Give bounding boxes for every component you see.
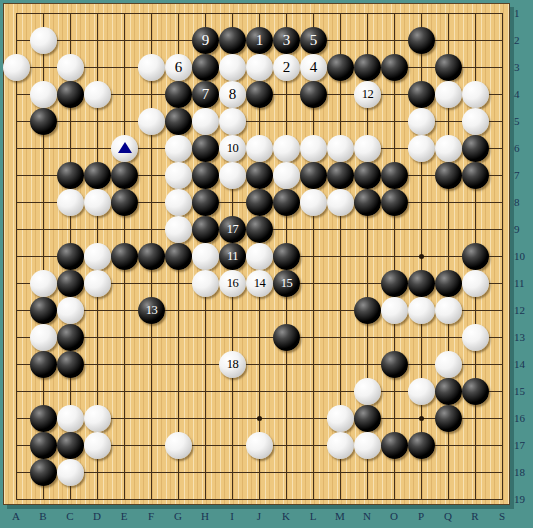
stone-white[interactable]: [57, 54, 84, 81]
intersection-B4[interactable]: [30, 81, 57, 108]
intersection-R7[interactable]: [462, 162, 489, 189]
intersection-E16[interactable]: [111, 405, 138, 432]
intersection-K7[interactable]: [273, 162, 300, 189]
intersection-D6[interactable]: [84, 135, 111, 162]
intersection-C15[interactable]: [57, 378, 84, 405]
intersection-N6[interactable]: [354, 135, 381, 162]
intersection-C16[interactable]: [57, 405, 84, 432]
intersection-R6[interactable]: [462, 135, 489, 162]
intersection-Q14[interactable]: [435, 351, 462, 378]
stone-white[interactable]: 10: [219, 135, 246, 162]
intersection-M13[interactable]: [327, 324, 354, 351]
intersection-D11[interactable]: [84, 270, 111, 297]
intersection-J7[interactable]: [246, 162, 273, 189]
intersection-J11[interactable]: 14: [246, 270, 273, 297]
intersection-L8[interactable]: [300, 189, 327, 216]
stone-black[interactable]: [111, 162, 138, 189]
intersection-Q18[interactable]: [435, 459, 462, 486]
intersection-G10[interactable]: [165, 243, 192, 270]
stone-black[interactable]: [273, 243, 300, 270]
stone-white[interactable]: [273, 135, 300, 162]
intersection-L4[interactable]: [300, 81, 327, 108]
intersection-K17[interactable]: [273, 432, 300, 459]
intersection-C13[interactable]: [57, 324, 84, 351]
stone-white[interactable]: [462, 270, 489, 297]
stone-black[interactable]: [165, 108, 192, 135]
stone-white[interactable]: [57, 459, 84, 486]
intersection-I18[interactable]: [219, 459, 246, 486]
intersection-H6[interactable]: [192, 135, 219, 162]
stone-black[interactable]: [30, 405, 57, 432]
stone-white[interactable]: [354, 135, 381, 162]
stone-white[interactable]: [219, 162, 246, 189]
intersection-N9[interactable]: [354, 216, 381, 243]
intersection-P4[interactable]: [408, 81, 435, 108]
intersection-E6[interactable]: [111, 135, 138, 162]
intersection-H12[interactable]: [192, 297, 219, 324]
intersection-F11[interactable]: [138, 270, 165, 297]
intersection-A16[interactable]: [3, 405, 30, 432]
intersection-K2[interactable]: 3: [273, 27, 300, 54]
stone-black[interactable]: 9: [192, 27, 219, 54]
intersection-Q6[interactable]: [435, 135, 462, 162]
stone-black[interactable]: [246, 81, 273, 108]
intersection-F13[interactable]: [138, 324, 165, 351]
intersection-H8[interactable]: [192, 189, 219, 216]
intersection-I17[interactable]: [219, 432, 246, 459]
intersection-K13[interactable]: [273, 324, 300, 351]
intersection-R8[interactable]: [462, 189, 489, 216]
intersection-C6[interactable]: [57, 135, 84, 162]
intersection-N7[interactable]: [354, 162, 381, 189]
stone-black[interactable]: [192, 216, 219, 243]
intersection-K18[interactable]: [273, 459, 300, 486]
stone-black[interactable]: [462, 378, 489, 405]
intersection-R3[interactable]: [462, 54, 489, 81]
stone-black[interactable]: [246, 189, 273, 216]
intersection-E9[interactable]: [111, 216, 138, 243]
intersection-C11[interactable]: [57, 270, 84, 297]
stone-black[interactable]: [111, 243, 138, 270]
intersection-B6[interactable]: [30, 135, 57, 162]
intersection-O5[interactable]: [381, 108, 408, 135]
intersection-Q12[interactable]: [435, 297, 462, 324]
intersection-D14[interactable]: [84, 351, 111, 378]
intersection-O15[interactable]: [381, 378, 408, 405]
intersection-D4[interactable]: [84, 81, 111, 108]
intersection-O9[interactable]: [381, 216, 408, 243]
intersection-G1[interactable]: [165, 0, 192, 27]
stone-white[interactable]: [84, 270, 111, 297]
intersection-B11[interactable]: [30, 270, 57, 297]
intersection-P10[interactable]: [408, 243, 435, 270]
intersection-H1[interactable]: [192, 0, 219, 27]
stone-black[interactable]: 3: [273, 27, 300, 54]
intersection-D17[interactable]: [84, 432, 111, 459]
stone-white[interactable]: [84, 432, 111, 459]
stone-black[interactable]: [165, 81, 192, 108]
intersection-Q2[interactable]: [435, 27, 462, 54]
intersection-L7[interactable]: [300, 162, 327, 189]
intersection-I7[interactable]: [219, 162, 246, 189]
stone-black[interactable]: [30, 459, 57, 486]
stone-black[interactable]: [57, 351, 84, 378]
stone-black[interactable]: [192, 162, 219, 189]
stone-black[interactable]: [408, 27, 435, 54]
intersection-L11[interactable]: [300, 270, 327, 297]
intersection-J14[interactable]: [246, 351, 273, 378]
stone-white[interactable]: [462, 108, 489, 135]
stone-black[interactable]: [273, 324, 300, 351]
intersection-G18[interactable]: [165, 459, 192, 486]
stone-black[interactable]: [381, 270, 408, 297]
stone-white[interactable]: [354, 378, 381, 405]
stone-black[interactable]: [30, 108, 57, 135]
stone-black[interactable]: [300, 81, 327, 108]
stone-white[interactable]: [300, 135, 327, 162]
intersection-F10[interactable]: [138, 243, 165, 270]
intersection-R1[interactable]: [462, 0, 489, 27]
intersection-G6[interactable]: [165, 135, 192, 162]
intersection-E14[interactable]: [111, 351, 138, 378]
stone-black[interactable]: [381, 432, 408, 459]
intersection-H11[interactable]: [192, 270, 219, 297]
intersection-J16[interactable]: [246, 405, 273, 432]
intersection-M18[interactable]: [327, 459, 354, 486]
stone-black[interactable]: [192, 54, 219, 81]
intersection-R2[interactable]: [462, 27, 489, 54]
intersection-J13[interactable]: [246, 324, 273, 351]
intersection-N5[interactable]: [354, 108, 381, 135]
intersection-D2[interactable]: [84, 27, 111, 54]
intersection-C17[interactable]: [57, 432, 84, 459]
intersection-K10[interactable]: [273, 243, 300, 270]
intersection-I4[interactable]: 8: [219, 81, 246, 108]
intersection-D13[interactable]: [84, 324, 111, 351]
stone-black[interactable]: 5: [300, 27, 327, 54]
intersection-N8[interactable]: [354, 189, 381, 216]
intersection-K14[interactable]: [273, 351, 300, 378]
stone-white[interactable]: [435, 351, 462, 378]
intersection-H13[interactable]: [192, 324, 219, 351]
stone-white[interactable]: [327, 405, 354, 432]
intersection-L16[interactable]: [300, 405, 327, 432]
intersection-E18[interactable]: [111, 459, 138, 486]
intersection-F14[interactable]: [138, 351, 165, 378]
stone-white[interactable]: [246, 54, 273, 81]
intersection-B5[interactable]: [30, 108, 57, 135]
stone-black[interactable]: [165, 243, 192, 270]
stone-white[interactable]: 8: [219, 81, 246, 108]
intersection-R12[interactable]: [462, 297, 489, 324]
intersection-A4[interactable]: [3, 81, 30, 108]
stone-white[interactable]: [408, 297, 435, 324]
intersection-Q16[interactable]: [435, 405, 462, 432]
intersection-A11[interactable]: [3, 270, 30, 297]
intersection-M2[interactable]: [327, 27, 354, 54]
intersection-D1[interactable]: [84, 0, 111, 27]
intersection-N16[interactable]: [354, 405, 381, 432]
intersection-M15[interactable]: [327, 378, 354, 405]
intersection-J4[interactable]: [246, 81, 273, 108]
intersection-I13[interactable]: [219, 324, 246, 351]
intersection-L14[interactable]: [300, 351, 327, 378]
intersection-P5[interactable]: [408, 108, 435, 135]
stone-white[interactable]: 4: [300, 54, 327, 81]
stone-black[interactable]: [435, 54, 462, 81]
intersection-P15[interactable]: [408, 378, 435, 405]
intersection-C14[interactable]: [57, 351, 84, 378]
intersection-I10[interactable]: 11: [219, 243, 246, 270]
stone-white[interactable]: [246, 243, 273, 270]
stone-white[interactable]: [408, 378, 435, 405]
intersection-B17[interactable]: [30, 432, 57, 459]
intersection-K3[interactable]: 2: [273, 54, 300, 81]
intersection-N3[interactable]: [354, 54, 381, 81]
intersection-F1[interactable]: [138, 0, 165, 27]
intersection-B14[interactable]: [30, 351, 57, 378]
intersection-P11[interactable]: [408, 270, 435, 297]
intersection-O18[interactable]: [381, 459, 408, 486]
intersection-D5[interactable]: [84, 108, 111, 135]
stone-white[interactable]: [30, 324, 57, 351]
intersection-K6[interactable]: [273, 135, 300, 162]
intersection-H15[interactable]: [192, 378, 219, 405]
stone-white[interactable]: [246, 135, 273, 162]
intersection-N1[interactable]: [354, 0, 381, 27]
intersection-D8[interactable]: [84, 189, 111, 216]
intersection-K8[interactable]: [273, 189, 300, 216]
stone-black[interactable]: 15: [273, 270, 300, 297]
intersection-I6[interactable]: 10: [219, 135, 246, 162]
stone-black[interactable]: [192, 135, 219, 162]
stone-white[interactable]: [138, 54, 165, 81]
intersection-G15[interactable]: [165, 378, 192, 405]
intersection-L13[interactable]: [300, 324, 327, 351]
intersection-K15[interactable]: [273, 378, 300, 405]
stone-black[interactable]: [354, 189, 381, 216]
intersection-E11[interactable]: [111, 270, 138, 297]
intersection-J17[interactable]: [246, 432, 273, 459]
stone-black[interactable]: [354, 162, 381, 189]
intersection-M11[interactable]: [327, 270, 354, 297]
intersection-A10[interactable]: [3, 243, 30, 270]
intersection-F7[interactable]: [138, 162, 165, 189]
intersection-Q11[interactable]: [435, 270, 462, 297]
intersection-N11[interactable]: [354, 270, 381, 297]
stone-white[interactable]: [57, 189, 84, 216]
stone-black[interactable]: [219, 27, 246, 54]
stone-white[interactable]: [219, 54, 246, 81]
intersection-B15[interactable]: [30, 378, 57, 405]
stone-white[interactable]: 16: [219, 270, 246, 297]
intersection-J2[interactable]: 1: [246, 27, 273, 54]
intersection-K1[interactable]: [273, 0, 300, 27]
stone-white[interactable]: 14: [246, 270, 273, 297]
intersection-L5[interactable]: [300, 108, 327, 135]
intersection-B18[interactable]: [30, 459, 57, 486]
intersection-A3[interactable]: [3, 54, 30, 81]
intersection-P8[interactable]: [408, 189, 435, 216]
intersection-Q17[interactable]: [435, 432, 462, 459]
intersection-J3[interactable]: [246, 54, 273, 81]
intersection-M6[interactable]: [327, 135, 354, 162]
intersection-H10[interactable]: [192, 243, 219, 270]
intersection-M12[interactable]: [327, 297, 354, 324]
intersection-E2[interactable]: [111, 27, 138, 54]
stone-white[interactable]: [327, 432, 354, 459]
intersection-O6[interactable]: [381, 135, 408, 162]
stone-black[interactable]: [57, 162, 84, 189]
stone-black[interactable]: [462, 135, 489, 162]
stone-white[interactable]: [165, 216, 192, 243]
stone-black[interactable]: [354, 54, 381, 81]
intersection-G12[interactable]: [165, 297, 192, 324]
intersection-B13[interactable]: [30, 324, 57, 351]
intersection-I9[interactable]: 17: [219, 216, 246, 243]
intersection-K4[interactable]: [273, 81, 300, 108]
intersection-P14[interactable]: [408, 351, 435, 378]
intersection-F15[interactable]: [138, 378, 165, 405]
intersection-M14[interactable]: [327, 351, 354, 378]
intersection-M16[interactable]: [327, 405, 354, 432]
intersection-K9[interactable]: [273, 216, 300, 243]
intersection-R11[interactable]: [462, 270, 489, 297]
intersection-D10[interactable]: [84, 243, 111, 270]
intersection-G13[interactable]: [165, 324, 192, 351]
intersection-N15[interactable]: [354, 378, 381, 405]
intersection-N4[interactable]: 12: [354, 81, 381, 108]
stone-black[interactable]: [408, 432, 435, 459]
stone-black[interactable]: [462, 162, 489, 189]
stone-white[interactable]: [30, 81, 57, 108]
intersection-M3[interactable]: [327, 54, 354, 81]
intersection-O17[interactable]: [381, 432, 408, 459]
intersection-G14[interactable]: [165, 351, 192, 378]
intersection-C4[interactable]: [57, 81, 84, 108]
intersection-G9[interactable]: [165, 216, 192, 243]
intersection-H17[interactable]: [192, 432, 219, 459]
intersection-F17[interactable]: [138, 432, 165, 459]
intersection-B3[interactable]: [30, 54, 57, 81]
intersection-A7[interactable]: [3, 162, 30, 189]
stone-black[interactable]: [138, 243, 165, 270]
intersection-P1[interactable]: [408, 0, 435, 27]
stone-black[interactable]: 13: [138, 297, 165, 324]
intersection-H16[interactable]: [192, 405, 219, 432]
intersection-P16[interactable]: [408, 405, 435, 432]
intersection-E10[interactable]: [111, 243, 138, 270]
stone-black[interactable]: [57, 324, 84, 351]
intersection-Q5[interactable]: [435, 108, 462, 135]
stone-black[interactable]: [354, 297, 381, 324]
intersection-P3[interactable]: [408, 54, 435, 81]
intersection-F4[interactable]: [138, 81, 165, 108]
intersection-F2[interactable]: [138, 27, 165, 54]
intersection-E1[interactable]: [111, 0, 138, 27]
intersection-C18[interactable]: [57, 459, 84, 486]
intersection-M8[interactable]: [327, 189, 354, 216]
intersection-Q13[interactable]: [435, 324, 462, 351]
stone-black[interactable]: [435, 378, 462, 405]
intersection-G2[interactable]: [165, 27, 192, 54]
intersection-M4[interactable]: [327, 81, 354, 108]
stone-white[interactable]: [381, 297, 408, 324]
stone-white[interactable]: [408, 135, 435, 162]
intersection-E4[interactable]: [111, 81, 138, 108]
intersection-D9[interactable]: [84, 216, 111, 243]
intersection-M1[interactable]: [327, 0, 354, 27]
intersection-M10[interactable]: [327, 243, 354, 270]
intersection-P9[interactable]: [408, 216, 435, 243]
intersection-G17[interactable]: [165, 432, 192, 459]
intersection-O14[interactable]: [381, 351, 408, 378]
intersection-D16[interactable]: [84, 405, 111, 432]
intersection-O12[interactable]: [381, 297, 408, 324]
intersection-A13[interactable]: [3, 324, 30, 351]
intersection-C3[interactable]: [57, 54, 84, 81]
stone-black[interactable]: [435, 162, 462, 189]
stone-white[interactable]: [84, 189, 111, 216]
intersection-I2[interactable]: [219, 27, 246, 54]
intersection-O13[interactable]: [381, 324, 408, 351]
stone-white[interactable]: [165, 135, 192, 162]
intersection-Q3[interactable]: [435, 54, 462, 81]
intersection-G5[interactable]: [165, 108, 192, 135]
intersection-R18[interactable]: [462, 459, 489, 486]
stone-black[interactable]: [354, 405, 381, 432]
intersection-O2[interactable]: [381, 27, 408, 54]
intersection-F6[interactable]: [138, 135, 165, 162]
stone-white[interactable]: [57, 405, 84, 432]
stone-black[interactable]: [327, 162, 354, 189]
intersection-D12[interactable]: [84, 297, 111, 324]
intersection-J8[interactable]: [246, 189, 273, 216]
intersection-E13[interactable]: [111, 324, 138, 351]
intersection-H3[interactable]: [192, 54, 219, 81]
stone-white[interactable]: [435, 297, 462, 324]
intersection-L2[interactable]: 5: [300, 27, 327, 54]
intersection-B1[interactable]: [30, 0, 57, 27]
intersection-L17[interactable]: [300, 432, 327, 459]
intersection-Q1[interactable]: [435, 0, 462, 27]
stone-black[interactable]: [57, 432, 84, 459]
stone-black[interactable]: [435, 270, 462, 297]
intersection-O10[interactable]: [381, 243, 408, 270]
stone-black[interactable]: [30, 297, 57, 324]
intersection-B16[interactable]: [30, 405, 57, 432]
stone-white[interactable]: 18: [219, 351, 246, 378]
intersection-G11[interactable]: [165, 270, 192, 297]
stone-white[interactable]: [30, 27, 57, 54]
stone-white[interactable]: 2: [273, 54, 300, 81]
intersection-C2[interactable]: [57, 27, 84, 54]
intersection-G3[interactable]: 6: [165, 54, 192, 81]
intersection-F5[interactable]: [138, 108, 165, 135]
stone-white[interactable]: [84, 405, 111, 432]
intersection-E8[interactable]: [111, 189, 138, 216]
intersection-R10[interactable]: [462, 243, 489, 270]
intersection-M7[interactable]: [327, 162, 354, 189]
intersection-O3[interactable]: [381, 54, 408, 81]
stone-black[interactable]: [435, 405, 462, 432]
intersection-F16[interactable]: [138, 405, 165, 432]
intersection-A1[interactable]: [3, 0, 30, 27]
intersection-Q7[interactable]: [435, 162, 462, 189]
stone-white[interactable]: [408, 108, 435, 135]
intersection-R14[interactable]: [462, 351, 489, 378]
intersection-F9[interactable]: [138, 216, 165, 243]
